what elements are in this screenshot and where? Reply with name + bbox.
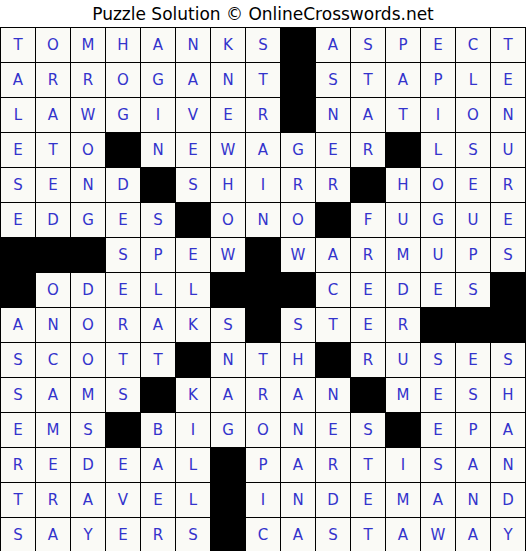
letter-cell-r12c2: M [36, 413, 71, 448]
block-cell-r7c3 [71, 238, 106, 273]
letter-cell-r11c3: M [71, 378, 106, 413]
letter-cell-r4c10: E [316, 133, 351, 168]
letter-cell-r8c11: E [351, 273, 386, 308]
letter-cell-r10c9: H [281, 343, 316, 378]
letter-cell-r15c2: A [36, 518, 71, 551]
letter-cell-r14c12: M [386, 483, 421, 518]
letter-cell-r3c12: T [386, 98, 421, 133]
letter-cell-r5c4: D [106, 168, 141, 203]
letter-cell-r7c15: S [491, 238, 526, 273]
block-cell-r9c15 [491, 308, 526, 343]
block-cell-r8c15 [491, 273, 526, 308]
letter-cell-r13c14: A [456, 448, 491, 483]
letter-cell-r15c15: Y [491, 518, 526, 551]
letter-cell-r4c6: E [176, 133, 211, 168]
letter-cell-r2c10: S [316, 63, 351, 98]
letter-cell-r7c9: W [281, 238, 316, 273]
letter-cell-r13c13: S [421, 448, 456, 483]
letter-cell-r11c4: S [106, 378, 141, 413]
letter-cell-r9c10: T [316, 308, 351, 343]
letter-cell-r12c9: N [281, 413, 316, 448]
letter-cell-r10c15: S [491, 343, 526, 378]
block-cell-r2c9 [281, 63, 316, 98]
letter-cell-r11c8: R [246, 378, 281, 413]
letter-cell-r6c8: N [246, 203, 281, 238]
letter-cell-r15c9: A [281, 518, 316, 551]
letter-cell-r6c12: U [386, 203, 421, 238]
letter-cell-r11c7: A [211, 378, 246, 413]
block-cell-r7c2 [36, 238, 71, 273]
letter-cell-r6c2: D [36, 203, 71, 238]
block-cell-r12c4 [106, 413, 141, 448]
letter-cell-r10c5: T [141, 343, 176, 378]
block-cell-r4c4 [106, 133, 141, 168]
letter-cell-r6c14: U [456, 203, 491, 238]
letter-cell-r5c7: H [211, 168, 246, 203]
letter-cell-r13c12: I [386, 448, 421, 483]
letter-cell-r9c4: R [106, 308, 141, 343]
letter-cell-r2c12: A [386, 63, 421, 98]
letter-cell-r13c3: D [71, 448, 106, 483]
letter-cell-r14c4: V [106, 483, 141, 518]
letter-cell-r3c15: N [491, 98, 526, 133]
letter-cell-r5c15: R [491, 168, 526, 203]
letter-cell-r13c9: A [281, 448, 316, 483]
letter-cell-r2c11: T [351, 63, 386, 98]
letter-cell-r6c15: E [491, 203, 526, 238]
letter-cell-r13c15: N [491, 448, 526, 483]
letter-cell-r1c14: C [456, 28, 491, 63]
letter-cell-r3c14: O [456, 98, 491, 133]
letter-cell-r1c4: H [106, 28, 141, 63]
letter-cell-r10c3: O [71, 343, 106, 378]
letter-cell-r4c15: U [491, 133, 526, 168]
letter-cell-r10c7: N [211, 343, 246, 378]
letter-cell-r2c15: E [491, 63, 526, 98]
letter-cell-r3c4: G [106, 98, 141, 133]
letter-cell-r2c6: A [176, 63, 211, 98]
letter-cell-r2c7: N [211, 63, 246, 98]
letter-cell-r1c3: M [71, 28, 106, 63]
block-cell-r9c14 [456, 308, 491, 343]
letter-cell-r2c2: R [36, 63, 71, 98]
letter-cell-r9c1: A [1, 308, 36, 343]
letter-cell-r2c14: L [456, 63, 491, 98]
letter-cell-r5c14: E [456, 168, 491, 203]
letter-cell-r1c13: E [421, 28, 456, 63]
letter-cell-r5c10: R [316, 168, 351, 203]
letter-cell-r11c10: N [316, 378, 351, 413]
letter-cell-r15c8: C [246, 518, 281, 551]
letter-cell-r6c1: E [1, 203, 36, 238]
letter-cell-r10c14: E [456, 343, 491, 378]
letter-cell-r11c12: M [386, 378, 421, 413]
block-cell-r9c8 [246, 308, 281, 343]
letter-cell-r8c4: E [106, 273, 141, 308]
letter-cell-r15c11: T [351, 518, 386, 551]
letter-cell-r15c5: R [141, 518, 176, 551]
letter-cell-r3c11: A [351, 98, 386, 133]
letter-cell-r15c10: S [316, 518, 351, 551]
block-cell-r8c7 [211, 273, 246, 308]
block-cell-r11c5 [141, 378, 176, 413]
crossword-grid: TOMHANKSASPECTARROGANTSTAPLELAWGIVERNATI… [0, 27, 526, 551]
letter-cell-r3c2: A [36, 98, 71, 133]
letter-cell-r13c4: E [106, 448, 141, 483]
letter-cell-r13c1: R [1, 448, 36, 483]
letter-cell-r11c13: E [421, 378, 456, 413]
letter-cell-r13c8: P [246, 448, 281, 483]
letter-cell-r12c11: S [351, 413, 386, 448]
letter-cell-r6c11: F [351, 203, 386, 238]
letter-cell-r12c6: I [176, 413, 211, 448]
letter-cell-r15c1: S [1, 518, 36, 551]
letter-cell-r12c3: S [71, 413, 106, 448]
letter-cell-r1c7: K [211, 28, 246, 63]
letter-cell-r4c11: R [351, 133, 386, 168]
letter-cell-r9c12: R [386, 308, 421, 343]
letter-cell-r1c10: A [316, 28, 351, 63]
letter-cell-r6c3: G [71, 203, 106, 238]
letter-cell-r14c13: A [421, 483, 456, 518]
letter-cell-r5c12: H [386, 168, 421, 203]
letter-cell-r10c4: T [106, 343, 141, 378]
letter-cell-r13c2: E [36, 448, 71, 483]
letter-cell-r8c2: O [36, 273, 71, 308]
letter-cell-r7c4: S [106, 238, 141, 273]
letter-cell-r6c13: G [421, 203, 456, 238]
block-cell-r9c13 [421, 308, 456, 343]
letter-cell-r6c4: E [106, 203, 141, 238]
letter-cell-r13c11: T [351, 448, 386, 483]
letter-cell-r4c8: A [246, 133, 281, 168]
letter-cell-r1c6: N [176, 28, 211, 63]
letter-cell-r9c11: E [351, 308, 386, 343]
letter-cell-r3c6: V [176, 98, 211, 133]
letter-cell-r10c1: S [1, 343, 36, 378]
letter-cell-r6c5: S [141, 203, 176, 238]
letter-cell-r12c1: E [1, 413, 36, 448]
letter-cell-r12c5: B [141, 413, 176, 448]
letter-cell-r1c12: P [386, 28, 421, 63]
letter-cell-r14c2: R [36, 483, 71, 518]
letter-cell-r7c7: W [211, 238, 246, 273]
block-cell-r11c11 [351, 378, 386, 413]
letter-cell-r11c15: H [491, 378, 526, 413]
block-cell-r15c7 [211, 518, 246, 551]
block-cell-r6c10 [316, 203, 351, 238]
letter-cell-r6c9: O [281, 203, 316, 238]
letter-cell-r14c10: D [316, 483, 351, 518]
letter-cell-r15c14: A [456, 518, 491, 551]
letter-cell-r1c11: S [351, 28, 386, 63]
letter-cell-r1c1: T [1, 28, 36, 63]
letter-cell-r8c12: D [386, 273, 421, 308]
letter-cell-r4c13: L [421, 133, 456, 168]
letter-cell-r12c7: G [211, 413, 246, 448]
letter-cell-r8c10: C [316, 273, 351, 308]
letter-cell-r10c11: R [351, 343, 386, 378]
letter-cell-r5c1: S [1, 168, 36, 203]
block-cell-r7c1 [1, 238, 36, 273]
block-cell-r14c7 [211, 483, 246, 518]
page-title: Puzzle Solution © OnlineCrosswords.net [0, 0, 526, 27]
letter-cell-r5c2: E [36, 168, 71, 203]
letter-cell-r4c14: S [456, 133, 491, 168]
letter-cell-r14c1: T [1, 483, 36, 518]
puzzle-solution-page: Puzzle Solution © OnlineCrosswords.net T… [0, 0, 526, 551]
letter-cell-r15c4: E [106, 518, 141, 551]
letter-cell-r3c7: E [211, 98, 246, 133]
letter-cell-r2c5: G [141, 63, 176, 98]
letter-cell-r11c2: A [36, 378, 71, 413]
letter-cell-r12c8: O [246, 413, 281, 448]
letter-cell-r11c6: K [176, 378, 211, 413]
letter-cell-r9c7: S [211, 308, 246, 343]
letter-cell-r4c1: E [1, 133, 36, 168]
letter-cell-r15c13: W [421, 518, 456, 551]
letter-cell-r12c14: P [456, 413, 491, 448]
letter-cell-r4c2: T [36, 133, 71, 168]
letter-cell-r13c6: L [176, 448, 211, 483]
letter-cell-r9c6: K [176, 308, 211, 343]
letter-cell-r14c15: D [491, 483, 526, 518]
letter-cell-r8c3: D [71, 273, 106, 308]
block-cell-r12c12 [386, 413, 421, 448]
letter-cell-r2c8: T [246, 63, 281, 98]
letter-cell-r12c15: A [491, 413, 526, 448]
letter-cell-r14c8: I [246, 483, 281, 518]
letter-cell-r5c8: I [246, 168, 281, 203]
letter-cell-r7c11: R [351, 238, 386, 273]
letter-cell-r9c2: N [36, 308, 71, 343]
letter-cell-r1c8: S [246, 28, 281, 63]
letter-cell-r15c3: Y [71, 518, 106, 551]
letter-cell-r11c1: S [1, 378, 36, 413]
letter-cell-r13c5: A [141, 448, 176, 483]
block-cell-r6c6 [176, 203, 211, 238]
letter-cell-r2c3: R [71, 63, 106, 98]
letter-cell-r1c2: O [36, 28, 71, 63]
block-cell-r1c9 [281, 28, 316, 63]
letter-cell-r1c15: T [491, 28, 526, 63]
letter-cell-r5c9: R [281, 168, 316, 203]
letter-cell-r14c5: E [141, 483, 176, 518]
letter-cell-r13c10: R [316, 448, 351, 483]
letter-cell-r7c10: A [316, 238, 351, 273]
block-cell-r10c6 [176, 343, 211, 378]
block-cell-r8c1 [1, 273, 36, 308]
letter-cell-r5c6: S [176, 168, 211, 203]
letter-cell-r7c14: P [456, 238, 491, 273]
block-cell-r5c5 [141, 168, 176, 203]
letter-cell-r12c10: E [316, 413, 351, 448]
letter-cell-r4c7: W [211, 133, 246, 168]
letter-cell-r1c5: A [141, 28, 176, 63]
letter-cell-r7c6: E [176, 238, 211, 273]
letter-cell-r3c10: N [316, 98, 351, 133]
letter-cell-r4c3: O [71, 133, 106, 168]
block-cell-r10c10 [316, 343, 351, 378]
letter-cell-r14c9: N [281, 483, 316, 518]
letter-cell-r3c13: I [421, 98, 456, 133]
letter-cell-r8c13: E [421, 273, 456, 308]
letter-cell-r14c14: N [456, 483, 491, 518]
block-cell-r4c12 [386, 133, 421, 168]
letter-cell-r6c7: O [211, 203, 246, 238]
letter-cell-r10c2: C [36, 343, 71, 378]
letter-cell-r11c14: S [456, 378, 491, 413]
letter-cell-r8c6: L [176, 273, 211, 308]
letter-cell-r11c9: A [281, 378, 316, 413]
letter-cell-r7c13: U [421, 238, 456, 273]
letter-cell-r5c13: O [421, 168, 456, 203]
letter-cell-r4c9: G [281, 133, 316, 168]
letter-cell-r14c6: L [176, 483, 211, 518]
letter-cell-r2c1: A [1, 63, 36, 98]
letter-cell-r14c3: A [71, 483, 106, 518]
block-cell-r7c8 [246, 238, 281, 273]
letter-cell-r14c11: E [351, 483, 386, 518]
letter-cell-r5c3: N [71, 168, 106, 203]
letter-cell-r10c8: T [246, 343, 281, 378]
letter-cell-r8c14: S [456, 273, 491, 308]
letter-cell-r3c5: I [141, 98, 176, 133]
letter-cell-r15c6: S [176, 518, 211, 551]
letter-cell-r3c8: R [246, 98, 281, 133]
letter-cell-r10c12: U [386, 343, 421, 378]
letter-cell-r3c1: L [1, 98, 36, 133]
block-cell-r8c8 [246, 273, 281, 308]
letter-cell-r9c9: S [281, 308, 316, 343]
letter-cell-r10c13: S [421, 343, 456, 378]
letter-cell-r3c3: W [71, 98, 106, 133]
letter-cell-r9c3: O [71, 308, 106, 343]
block-cell-r5c11 [351, 168, 386, 203]
letter-cell-r2c13: P [421, 63, 456, 98]
letter-cell-r7c5: P [141, 238, 176, 273]
letter-cell-r8c5: L [141, 273, 176, 308]
letter-cell-r9c5: A [141, 308, 176, 343]
letter-cell-r4c5: N [141, 133, 176, 168]
letter-cell-r12c13: E [421, 413, 456, 448]
letter-cell-r15c12: A [386, 518, 421, 551]
block-cell-r8c9 [281, 273, 316, 308]
block-cell-r3c9 [281, 98, 316, 133]
letter-cell-r7c12: M [386, 238, 421, 273]
letter-cell-r2c4: O [106, 63, 141, 98]
block-cell-r13c7 [211, 448, 246, 483]
